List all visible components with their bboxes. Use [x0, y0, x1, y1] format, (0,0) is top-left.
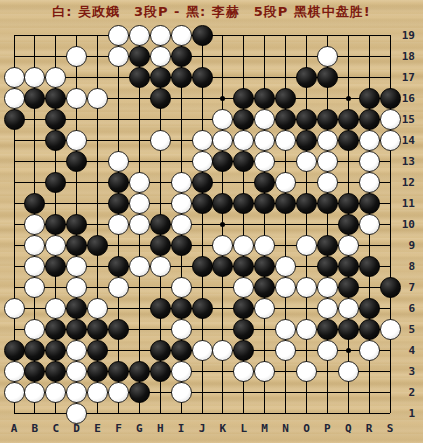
white-stone	[275, 130, 296, 151]
white-stone	[45, 382, 66, 403]
black-stone	[254, 88, 275, 109]
row-label: 1	[399, 407, 415, 420]
row-label: 7	[399, 281, 415, 294]
white-stone	[254, 361, 275, 382]
white-stone	[275, 277, 296, 298]
black-stone	[45, 172, 66, 193]
white-stone	[171, 193, 192, 214]
white-stone	[296, 235, 317, 256]
black-stone	[233, 109, 254, 130]
black-stone	[254, 172, 275, 193]
row-label: 9	[399, 239, 415, 252]
black-stone	[87, 235, 108, 256]
column-label: Q	[345, 422, 352, 435]
column-label: R	[366, 422, 373, 435]
black-stone	[150, 361, 171, 382]
black-stone	[45, 319, 66, 340]
black-stone	[66, 319, 87, 340]
black-stone	[338, 277, 359, 298]
black-stone	[359, 319, 380, 340]
white-stone	[129, 172, 150, 193]
black-stone	[233, 88, 254, 109]
black-stone	[129, 46, 150, 67]
white-stone	[87, 382, 108, 403]
black-stone	[66, 235, 87, 256]
white-stone	[129, 256, 150, 277]
white-stone	[317, 340, 338, 361]
black-stone	[192, 67, 213, 88]
black-stone	[317, 256, 338, 277]
white-stone	[129, 25, 150, 46]
white-stone	[150, 256, 171, 277]
black-stone	[87, 340, 108, 361]
white-stone	[129, 214, 150, 235]
white-stone	[150, 130, 171, 151]
black-stone	[66, 151, 87, 172]
black-stone	[233, 151, 254, 172]
black-stone	[171, 340, 192, 361]
black-stone	[24, 361, 45, 382]
white-stone	[24, 277, 45, 298]
white-stone	[338, 235, 359, 256]
white-stone	[171, 214, 192, 235]
black-stone	[192, 193, 213, 214]
white-stone	[212, 340, 233, 361]
white-stone	[24, 214, 45, 235]
white-stone	[317, 277, 338, 298]
black-stone	[338, 193, 359, 214]
white-stone	[108, 277, 129, 298]
star-point	[220, 96, 225, 101]
white-stone	[359, 130, 380, 151]
black-stone	[24, 193, 45, 214]
white-stone	[24, 67, 45, 88]
white-stone	[359, 214, 380, 235]
white-stone	[212, 235, 233, 256]
black-stone	[150, 214, 171, 235]
white-stone	[171, 361, 192, 382]
white-stone	[4, 67, 25, 88]
black-stone	[338, 214, 359, 235]
black-stone	[108, 172, 129, 193]
white-stone	[108, 25, 129, 46]
white-stone	[254, 151, 275, 172]
white-stone	[171, 25, 192, 46]
white-stone	[4, 88, 25, 109]
black-stone	[254, 256, 275, 277]
black-stone	[45, 256, 66, 277]
go-game-page: 白: 吴政娥 3段P - 黑: 李赫 5段P 黑棋中盘胜! ABCDEFGHIJ…	[0, 0, 423, 443]
black-stone	[338, 256, 359, 277]
white-stone	[171, 382, 192, 403]
column-label: I	[178, 422, 185, 435]
white-stone	[66, 256, 87, 277]
black-stone	[296, 109, 317, 130]
white-stone	[275, 172, 296, 193]
black-stone	[338, 319, 359, 340]
white-stone	[254, 298, 275, 319]
star-point	[346, 96, 351, 101]
column-label: G	[136, 422, 143, 435]
black-stone	[317, 235, 338, 256]
white-stone	[275, 319, 296, 340]
column-label: J	[199, 422, 206, 435]
black-stone	[380, 88, 401, 109]
white-stone	[275, 340, 296, 361]
black-stone	[317, 319, 338, 340]
black-stone	[192, 256, 213, 277]
white-stone	[192, 340, 213, 361]
black-stone	[45, 214, 66, 235]
black-stone	[212, 256, 233, 277]
black-stone	[275, 88, 296, 109]
black-stone	[171, 67, 192, 88]
white-stone	[24, 319, 45, 340]
row-label: 4	[399, 344, 415, 357]
white-stone	[296, 319, 317, 340]
white-stone	[317, 130, 338, 151]
row-label: 15	[399, 113, 415, 126]
black-stone	[275, 109, 296, 130]
white-stone	[108, 151, 129, 172]
column-label: O	[303, 422, 310, 435]
white-stone	[359, 340, 380, 361]
black-stone	[4, 109, 25, 130]
white-stone	[108, 46, 129, 67]
white-stone	[66, 130, 87, 151]
black-stone	[129, 67, 150, 88]
white-stone	[66, 46, 87, 67]
white-stone	[233, 361, 254, 382]
black-stone	[192, 25, 213, 46]
column-label: S	[387, 422, 394, 435]
black-stone	[296, 130, 317, 151]
white-stone	[66, 361, 87, 382]
white-stone	[108, 214, 129, 235]
black-stone	[359, 88, 380, 109]
black-stone	[24, 88, 45, 109]
row-label: 14	[399, 134, 415, 147]
white-stone	[4, 382, 25, 403]
white-stone	[150, 25, 171, 46]
white-stone	[171, 277, 192, 298]
row-label: 10	[399, 218, 415, 231]
black-stone	[66, 298, 87, 319]
black-stone	[45, 88, 66, 109]
white-stone	[66, 340, 87, 361]
black-stone	[171, 298, 192, 319]
white-stone	[87, 88, 108, 109]
white-stone	[66, 382, 87, 403]
white-stone	[380, 109, 401, 130]
black-stone	[108, 256, 129, 277]
black-stone	[150, 67, 171, 88]
white-stone	[317, 151, 338, 172]
white-stone	[233, 277, 254, 298]
black-stone	[317, 193, 338, 214]
black-stone	[212, 151, 233, 172]
column-label: H	[157, 422, 164, 435]
column-label: K	[220, 422, 227, 435]
white-stone	[171, 319, 192, 340]
white-stone	[212, 109, 233, 130]
white-stone	[66, 403, 87, 424]
black-stone	[317, 67, 338, 88]
white-stone	[338, 361, 359, 382]
white-stone	[171, 172, 192, 193]
black-stone	[108, 319, 129, 340]
row-label: 6	[399, 302, 415, 315]
row-label: 2	[399, 386, 415, 399]
row-label: 8	[399, 260, 415, 273]
black-stone	[87, 361, 108, 382]
black-stone	[192, 298, 213, 319]
black-stone	[317, 109, 338, 130]
star-point	[346, 348, 351, 353]
white-stone	[212, 130, 233, 151]
white-stone	[66, 88, 87, 109]
white-stone	[150, 46, 171, 67]
column-label: D	[73, 422, 80, 435]
black-stone	[338, 130, 359, 151]
black-stone	[171, 46, 192, 67]
black-stone	[192, 172, 213, 193]
black-stone	[233, 319, 254, 340]
row-label: 18	[399, 50, 415, 63]
column-label: N	[282, 422, 289, 435]
row-label: 13	[399, 155, 415, 168]
white-stone	[192, 151, 213, 172]
black-stone	[66, 214, 87, 235]
row-label: 3	[399, 365, 415, 378]
row-label: 19	[399, 29, 415, 42]
white-stone	[87, 298, 108, 319]
black-stone	[45, 109, 66, 130]
column-label: L	[240, 422, 247, 435]
white-stone	[254, 235, 275, 256]
white-stone	[359, 151, 380, 172]
white-stone	[4, 361, 25, 382]
white-stone	[254, 109, 275, 130]
white-stone	[317, 172, 338, 193]
row-label: 12	[399, 176, 415, 189]
row-label: 11	[399, 197, 415, 210]
column-label: M	[261, 422, 268, 435]
black-stone	[45, 130, 66, 151]
white-stone	[24, 235, 45, 256]
black-stone	[45, 340, 66, 361]
white-stone	[317, 46, 338, 67]
black-stone	[296, 193, 317, 214]
go-board[interactable]: ABCDEFGHIJKLMNOPQRS 19181716151413121110…	[0, 0, 423, 443]
black-stone	[108, 193, 129, 214]
white-stone	[24, 256, 45, 277]
black-stone	[150, 88, 171, 109]
black-stone	[4, 340, 25, 361]
black-stone	[87, 319, 108, 340]
grid-vline	[306, 35, 307, 413]
black-stone	[45, 361, 66, 382]
white-stone	[233, 235, 254, 256]
black-stone	[233, 193, 254, 214]
white-stone	[275, 256, 296, 277]
black-stone	[359, 298, 380, 319]
black-stone	[150, 340, 171, 361]
black-stone	[129, 361, 150, 382]
white-stone	[24, 382, 45, 403]
black-stone	[296, 67, 317, 88]
black-stone	[212, 193, 233, 214]
black-stone	[129, 382, 150, 403]
black-stone	[233, 256, 254, 277]
white-stone	[380, 319, 401, 340]
black-stone	[150, 298, 171, 319]
white-stone	[4, 298, 25, 319]
white-stone	[380, 130, 401, 151]
black-stone	[380, 277, 401, 298]
white-stone	[233, 130, 254, 151]
white-stone	[296, 361, 317, 382]
row-label: 16	[399, 92, 415, 105]
black-stone	[254, 193, 275, 214]
white-stone	[45, 298, 66, 319]
white-stone	[338, 298, 359, 319]
white-stone	[359, 172, 380, 193]
white-stone	[254, 130, 275, 151]
column-label: A	[11, 422, 18, 435]
white-stone	[66, 277, 87, 298]
black-stone	[254, 277, 275, 298]
star-point	[220, 222, 225, 227]
white-stone	[129, 193, 150, 214]
black-stone	[108, 361, 129, 382]
white-stone	[45, 67, 66, 88]
black-stone	[24, 340, 45, 361]
white-stone	[192, 130, 213, 151]
column-label: P	[324, 422, 331, 435]
column-label: B	[32, 422, 39, 435]
black-stone	[338, 109, 359, 130]
white-stone	[108, 382, 129, 403]
row-label: 17	[399, 71, 415, 84]
black-stone	[359, 256, 380, 277]
row-label: 5	[399, 323, 415, 336]
column-label: C	[52, 422, 59, 435]
column-label: E	[94, 422, 101, 435]
black-stone	[275, 193, 296, 214]
black-stone	[171, 235, 192, 256]
white-stone	[45, 235, 66, 256]
white-stone	[296, 151, 317, 172]
white-stone	[296, 277, 317, 298]
black-stone	[359, 109, 380, 130]
black-stone	[150, 235, 171, 256]
column-label: F	[115, 422, 122, 435]
black-stone	[359, 193, 380, 214]
black-stone	[233, 340, 254, 361]
black-stone	[233, 298, 254, 319]
white-stone	[317, 298, 338, 319]
